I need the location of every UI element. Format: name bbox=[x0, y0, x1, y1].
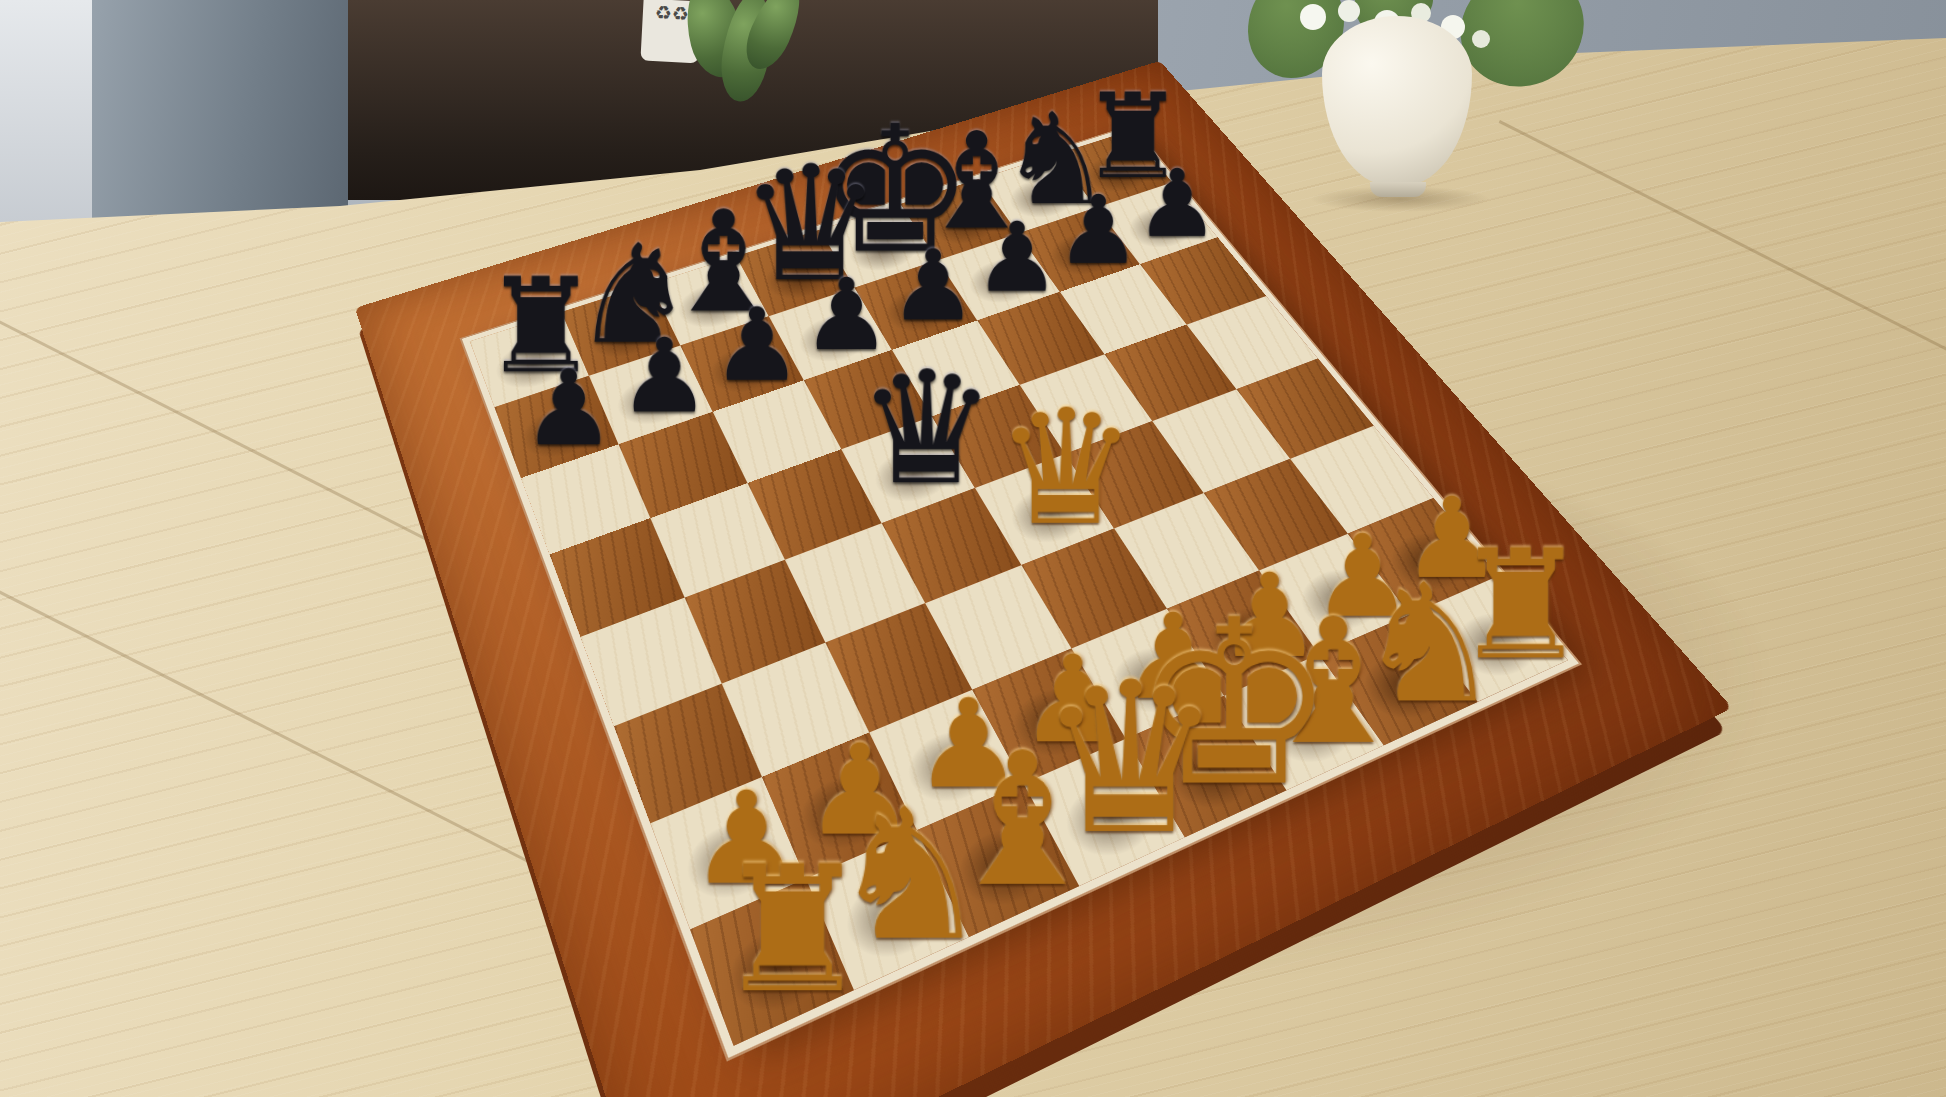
piece-white-queen-e4: ♛ bbox=[995, 396, 1138, 543]
black-pawn-glyph: ♟ bbox=[712, 287, 803, 404]
black-pawn-glyph: ♟ bbox=[890, 229, 978, 342]
piece-black-pawn-e7: ♟ bbox=[890, 241, 978, 331]
black-pawn-glyph: ♟ bbox=[1056, 176, 1141, 286]
black-pawn-glyph: ♟ bbox=[522, 348, 616, 469]
white-flowers bbox=[1300, 4, 1326, 30]
board-platform: ♜♞♝♛♚♝♞♜♟♟♟♟♟♟♟♟♛♛♟♟♟♟♟♟♟♟♜♞♝♛♚♝♞♜ bbox=[470, 131, 1568, 1046]
white-queen-glyph: ♛ bbox=[995, 375, 1138, 561]
square-g4 bbox=[1152, 389, 1290, 493]
black-queen-glyph: ♛ bbox=[857, 337, 997, 519]
piece-white-rook-a1: ♜ bbox=[714, 851, 871, 1012]
square-a1: ♜ bbox=[690, 879, 854, 1046]
photo-stage: ♻♻ ♜♞♝♛♚♝♞♜♟♟♟♟♟♟♟♟♛♛♟♟♟♟♟♟♟♟♜♞♝♛♚♝♞♜ bbox=[0, 0, 1946, 1097]
board-frame: ♜♞♝♛♚♝♞♜♟♟♟♟♟♟♟♟♛♛♟♟♟♟♟♟♟♟♜♞♝♛♚♝♞♜ bbox=[355, 61, 1732, 1097]
piece-black-pawn-b7: ♟ bbox=[619, 329, 711, 423]
board-scene: ♜♞♝♛♚♝♞♜♟♟♟♟♟♟♟♟♛♛♟♟♟♟♟♟♟♟♜♞♝♛♚♝♞♜ bbox=[0, 0, 1946, 1097]
board-grid: ♜♞♝♛♚♝♞♜♟♟♟♟♟♟♟♟♛♛♟♟♟♟♟♟♟♟♜♞♝♛♚♝♞♜ bbox=[470, 131, 1568, 1046]
black-pawn-glyph: ♟ bbox=[619, 317, 711, 436]
piece-black-pawn-c7: ♟ bbox=[712, 299, 803, 392]
white-rook-glyph: ♜ bbox=[714, 828, 871, 1032]
piece-black-pawn-g7: ♟ bbox=[1056, 187, 1141, 274]
vase-foot bbox=[1370, 182, 1426, 197]
square-e4: ♛ bbox=[975, 454, 1114, 565]
piece-black-pawn-f7: ♟ bbox=[974, 214, 1060, 303]
chess-board: ♜♞♝♛♚♝♞♜♟♟♟♟♟♟♟♟♛♛♟♟♟♟♟♟♟♟♜♞♝♛♚♝♞♜ bbox=[355, 61, 1732, 1097]
piece-black-queen-d5: ♛ bbox=[857, 358, 997, 502]
black-pawn-glyph: ♟ bbox=[1136, 150, 1220, 258]
piece-black-pawn-a7: ♟ bbox=[522, 361, 616, 457]
piece-black-pawn-h7: ♟ bbox=[1136, 161, 1220, 247]
black-pawn-glyph: ♟ bbox=[974, 202, 1060, 314]
